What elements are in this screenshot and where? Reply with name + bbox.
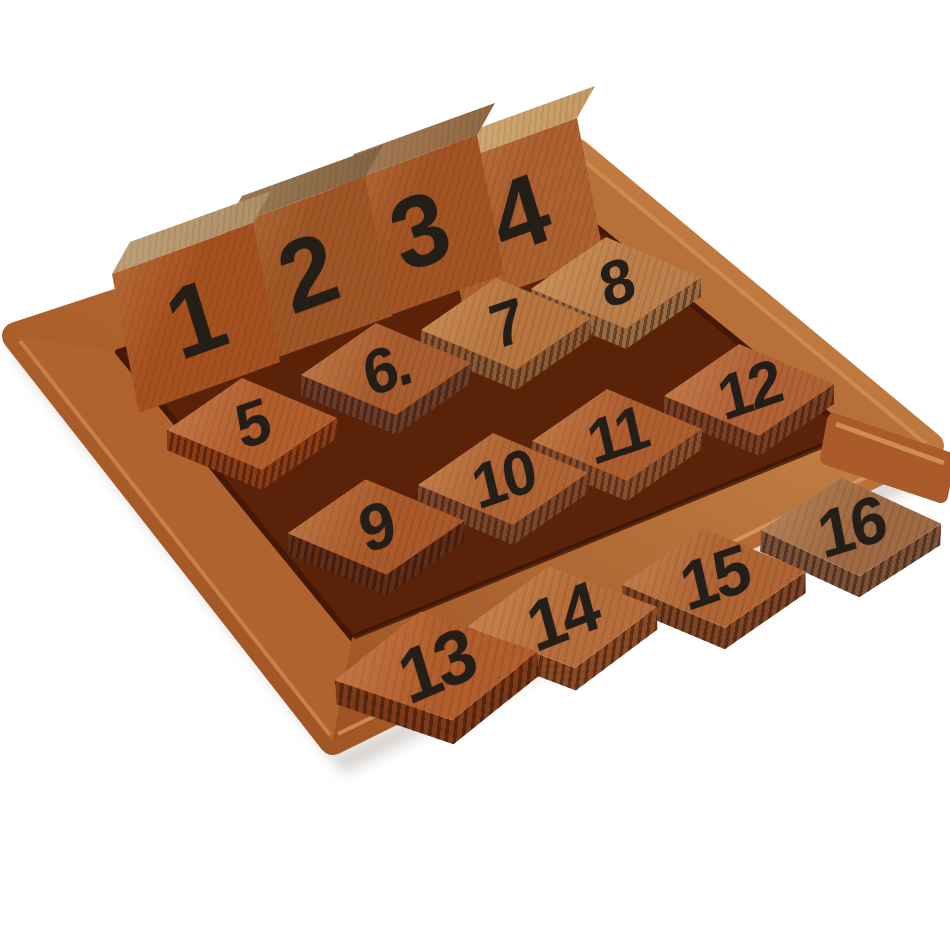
tile-13[interactable]: 13: [330, 604, 545, 780]
tile-9[interactable]: 9: [288, 479, 465, 619]
puzzle-photo: 123456.78910111213141516: [0, 0, 950, 950]
